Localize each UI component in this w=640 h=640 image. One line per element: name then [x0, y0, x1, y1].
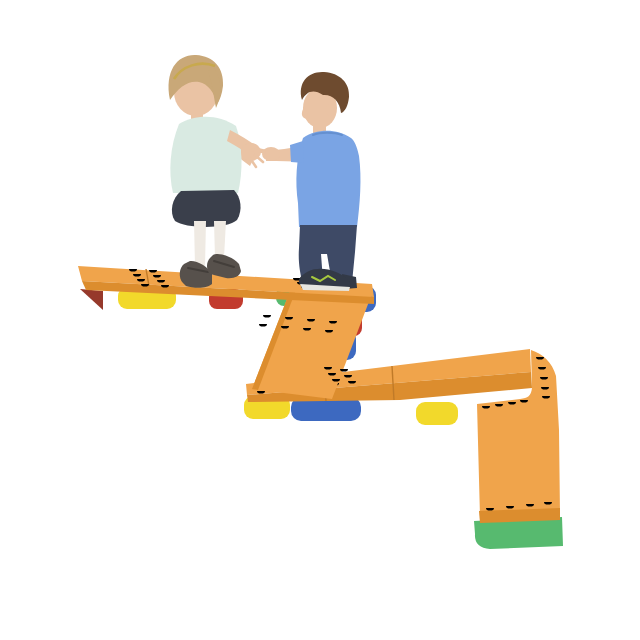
- girl-left-leg: [194, 221, 206, 266]
- support-yellow-lower-right: [416, 402, 458, 425]
- boy-ear: [326, 104, 335, 116]
- boy-shirt: [296, 131, 360, 227]
- girl: [169, 55, 266, 288]
- girl-shirt: [170, 117, 241, 193]
- boy-finger: [253, 150, 264, 152]
- boy-sleeve: [290, 141, 304, 163]
- boy-hand: [262, 147, 280, 161]
- balance-beam-scene: [0, 0, 640, 640]
- support-darkred-left-tip: [80, 289, 103, 310]
- girl-right-leg: [214, 221, 226, 258]
- girl-skirt: [172, 190, 241, 227]
- product-photo: [0, 0, 640, 640]
- boy: [253, 72, 360, 291]
